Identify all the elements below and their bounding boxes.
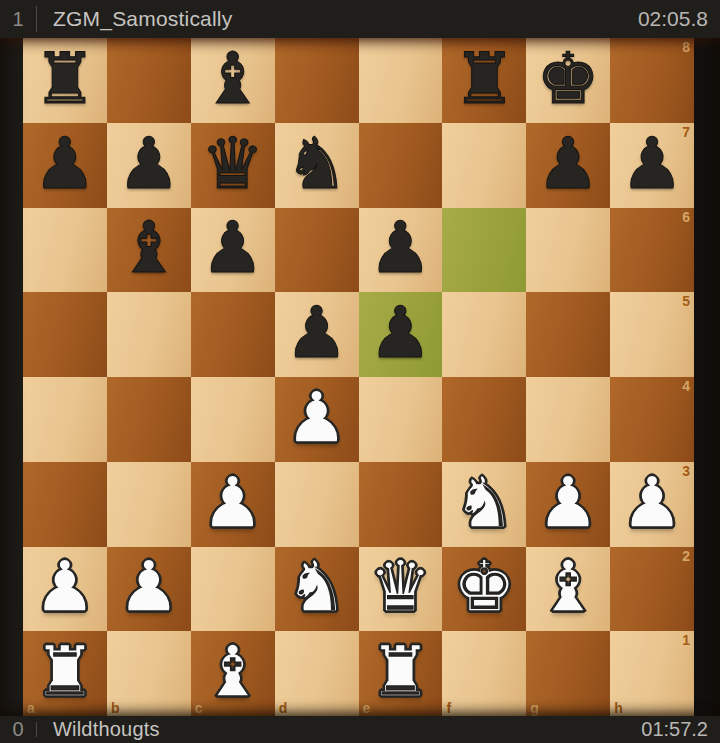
square-a2[interactable]: ♟ xyxy=(23,547,107,632)
square-d4[interactable]: ♟ xyxy=(275,377,359,462)
coord-rank-2: 2 xyxy=(682,549,690,563)
square-b2[interactable]: ♟ xyxy=(107,547,191,632)
square-f3[interactable]: ♞ xyxy=(442,462,526,547)
square-a6[interactable] xyxy=(23,208,107,293)
top-player-score: 1 xyxy=(0,8,36,31)
square-c5[interactable] xyxy=(191,292,275,377)
piece-black-king[interactable]: ♚ xyxy=(536,43,600,114)
chess-board[interactable]: ♜♝♜♚8♟♟♛♞♟♟7♝♟♟6♟♟5♟4♟♞♟♟3♟♟♞♛♚♝2♜ab♝cd♜… xyxy=(0,38,720,716)
piece-white-pawn[interactable]: ♟ xyxy=(536,467,600,538)
coord-file-d: d xyxy=(279,701,288,715)
bottom-player-clock: 01:57.2 xyxy=(641,718,708,741)
square-h8[interactable]: 8 xyxy=(610,38,694,123)
square-g3[interactable]: ♟ xyxy=(526,462,610,547)
piece-black-bishop[interactable]: ♝ xyxy=(117,212,181,283)
square-a4[interactable] xyxy=(23,377,107,462)
board-left-edge xyxy=(0,38,23,716)
piece-black-pawn[interactable]: ♟ xyxy=(201,212,265,283)
piece-black-pawn[interactable]: ♟ xyxy=(620,128,684,199)
piece-black-pawn[interactable]: ♟ xyxy=(33,128,97,199)
piece-black-pawn[interactable]: ♟ xyxy=(285,297,349,368)
square-c2[interactable] xyxy=(191,547,275,632)
square-h4[interactable]: 4 xyxy=(610,377,694,462)
piece-white-pawn[interactable]: ♟ xyxy=(117,551,181,622)
square-a3[interactable] xyxy=(23,462,107,547)
square-d8[interactable] xyxy=(275,38,359,123)
square-c1[interactable]: ♝c xyxy=(191,631,275,716)
square-d1[interactable]: d xyxy=(275,631,359,716)
square-f6[interactable] xyxy=(442,208,526,293)
coord-rank-5: 5 xyxy=(682,294,690,308)
square-a7[interactable]: ♟ xyxy=(23,123,107,208)
square-c6[interactable]: ♟ xyxy=(191,208,275,293)
top-bar-divider xyxy=(36,6,37,32)
square-g8[interactable]: ♚ xyxy=(526,38,610,123)
square-b3[interactable] xyxy=(107,462,191,547)
piece-black-bishop[interactable]: ♝ xyxy=(201,43,265,114)
square-b5[interactable] xyxy=(107,292,191,377)
piece-white-bishop[interactable]: ♝ xyxy=(536,551,600,622)
bottom-player-bar: 0 Wildthougts 01:57.2 xyxy=(0,716,720,743)
square-e3[interactable] xyxy=(359,462,443,547)
square-g4[interactable] xyxy=(526,377,610,462)
piece-black-rook[interactable]: ♜ xyxy=(452,43,516,114)
piece-black-pawn[interactable]: ♟ xyxy=(369,297,433,368)
square-h5[interactable]: 5 xyxy=(610,292,694,377)
coord-file-a: a xyxy=(27,701,35,715)
square-d3[interactable] xyxy=(275,462,359,547)
square-g6[interactable] xyxy=(526,208,610,293)
square-d7[interactable]: ♞ xyxy=(275,123,359,208)
square-f8[interactable]: ♜ xyxy=(442,38,526,123)
coord-rank-1: 1 xyxy=(682,633,690,647)
square-a8[interactable]: ♜ xyxy=(23,38,107,123)
piece-white-queen[interactable]: ♛ xyxy=(369,551,433,622)
square-c3[interactable]: ♟ xyxy=(191,462,275,547)
square-b8[interactable] xyxy=(107,38,191,123)
piece-black-queen[interactable]: ♛ xyxy=(201,128,265,199)
square-e1[interactable]: ♜e xyxy=(359,631,443,716)
square-e7[interactable] xyxy=(359,123,443,208)
square-f2[interactable]: ♚ xyxy=(442,547,526,632)
square-b4[interactable] xyxy=(107,377,191,462)
square-g2[interactable]: ♝ xyxy=(526,547,610,632)
coord-file-g: g xyxy=(530,701,539,715)
square-f5[interactable] xyxy=(442,292,526,377)
coord-rank-8: 8 xyxy=(682,40,690,54)
square-g1[interactable]: g xyxy=(526,631,610,716)
square-f1[interactable]: f xyxy=(442,631,526,716)
square-c4[interactable] xyxy=(191,377,275,462)
coord-file-b: b xyxy=(111,701,120,715)
piece-black-pawn[interactable]: ♟ xyxy=(536,128,600,199)
coord-rank-3: 3 xyxy=(682,464,690,478)
piece-white-knight[interactable]: ♞ xyxy=(285,551,349,622)
square-e8[interactable] xyxy=(359,38,443,123)
piece-black-pawn[interactable]: ♟ xyxy=(117,128,181,199)
piece-white-pawn[interactable]: ♟ xyxy=(620,467,684,538)
square-h3[interactable]: ♟3 xyxy=(610,462,694,547)
square-b7[interactable]: ♟ xyxy=(107,123,191,208)
coord-file-h: h xyxy=(614,701,623,715)
square-e4[interactable] xyxy=(359,377,443,462)
square-d2[interactable]: ♞ xyxy=(275,547,359,632)
piece-white-pawn[interactable]: ♟ xyxy=(33,551,97,622)
square-b6[interactable]: ♝ xyxy=(107,208,191,293)
piece-white-king[interactable]: ♚ xyxy=(452,551,516,622)
square-d6[interactable] xyxy=(275,208,359,293)
coord-rank-4: 4 xyxy=(682,379,690,393)
piece-white-rook[interactable]: ♜ xyxy=(369,636,433,707)
piece-white-knight[interactable]: ♞ xyxy=(452,467,516,538)
square-a1[interactable]: ♜a xyxy=(23,631,107,716)
square-c7[interactable]: ♛ xyxy=(191,123,275,208)
piece-white-rook[interactable]: ♜ xyxy=(33,636,97,707)
square-f7[interactable] xyxy=(442,123,526,208)
square-e2[interactable]: ♛ xyxy=(359,547,443,632)
top-player-bar: 1 ZGM_Samostically 02:05.8 xyxy=(0,0,720,38)
square-b1[interactable]: b xyxy=(107,631,191,716)
square-a5[interactable] xyxy=(23,292,107,377)
piece-white-pawn[interactable]: ♟ xyxy=(201,467,265,538)
bottom-player-name[interactable]: Wildthougts xyxy=(53,718,160,741)
square-h2[interactable]: 2 xyxy=(610,547,694,632)
square-h1[interactable]: 1h xyxy=(610,631,694,716)
square-h6[interactable]: 6 xyxy=(610,208,694,293)
board-right-edge xyxy=(694,38,720,716)
piece-black-rook[interactable]: ♜ xyxy=(33,43,97,114)
coord-file-e: e xyxy=(363,701,371,715)
coord-file-c: c xyxy=(195,701,203,715)
square-h7[interactable]: ♟7 xyxy=(610,123,694,208)
board-grid[interactable]: ♜♝♜♚8♟♟♛♞♟♟7♝♟♟6♟♟5♟4♟♞♟♟3♟♟♞♛♚♝2♜ab♝cd♜… xyxy=(23,38,694,716)
piece-black-knight[interactable]: ♞ xyxy=(285,128,349,199)
bottom-player-score: 0 xyxy=(0,718,36,741)
square-g7[interactable]: ♟ xyxy=(526,123,610,208)
square-g5[interactable] xyxy=(526,292,610,377)
piece-white-pawn[interactable]: ♟ xyxy=(285,382,349,453)
bottom-bar-divider xyxy=(36,722,37,737)
square-f4[interactable] xyxy=(442,377,526,462)
coord-file-f: f xyxy=(446,701,451,715)
square-c8[interactable]: ♝ xyxy=(191,38,275,123)
top-player-clock: 02:05.8 xyxy=(638,7,708,31)
top-player-name[interactable]: ZGM_Samostically xyxy=(53,7,232,31)
square-d5[interactable]: ♟ xyxy=(275,292,359,377)
square-e5[interactable]: ♟ xyxy=(359,292,443,377)
coord-rank-7: 7 xyxy=(682,125,690,139)
square-e6[interactable]: ♟ xyxy=(359,208,443,293)
piece-black-pawn[interactable]: ♟ xyxy=(369,212,433,283)
coord-rank-6: 6 xyxy=(682,210,690,224)
piece-white-bishop[interactable]: ♝ xyxy=(201,636,265,707)
